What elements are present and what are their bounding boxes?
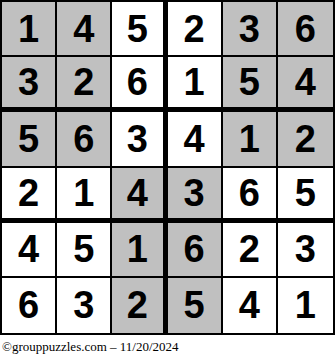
sudoku-board: 145236326154563412214365451623632541 bbox=[0, 0, 335, 335]
cell-r2c1: 3 bbox=[2, 57, 57, 112]
cell-r3c2: 6 bbox=[57, 112, 112, 167]
cell-r1c6: 6 bbox=[278, 2, 333, 57]
cell-r2c5: 5 bbox=[223, 57, 278, 112]
cell-r2c6: 4 bbox=[278, 57, 333, 112]
cell-r4c3: 4 bbox=[112, 168, 167, 223]
puzzle-answer-sheet: 145236326154563412214365451623632541 ©gr… bbox=[0, 0, 335, 357]
cell-r2c3: 6 bbox=[112, 57, 167, 112]
cell-r4c6: 5 bbox=[278, 168, 333, 223]
cell-r3c3: 3 bbox=[112, 112, 167, 167]
cell-r4c2: 1 bbox=[57, 168, 112, 223]
cell-r5c5: 2 bbox=[223, 223, 278, 278]
cell-r6c1: 6 bbox=[2, 278, 57, 333]
cell-r5c6: 3 bbox=[278, 223, 333, 278]
cell-r5c2: 5 bbox=[57, 223, 112, 278]
cell-r2c4: 1 bbox=[168, 57, 223, 112]
cell-r4c1: 2 bbox=[2, 168, 57, 223]
cell-r4c5: 6 bbox=[223, 168, 278, 223]
cell-r3c5: 1 bbox=[223, 112, 278, 167]
cell-r6c6: 1 bbox=[278, 278, 333, 333]
cell-r1c1: 1 bbox=[2, 2, 57, 57]
cell-r1c4: 2 bbox=[168, 2, 223, 57]
cell-r3c1: 5 bbox=[2, 112, 57, 167]
cell-r4c4: 3 bbox=[168, 168, 223, 223]
cell-r1c2: 4 bbox=[57, 2, 112, 57]
cell-r3c4: 4 bbox=[168, 112, 223, 167]
cell-r6c5: 4 bbox=[223, 278, 278, 333]
cell-r5c3: 1 bbox=[112, 223, 167, 278]
cell-r2c2: 2 bbox=[57, 57, 112, 112]
cell-r6c4: 5 bbox=[168, 278, 223, 333]
cell-r6c3: 2 bbox=[112, 278, 167, 333]
cell-r5c1: 4 bbox=[2, 223, 57, 278]
cell-r5c4: 6 bbox=[168, 223, 223, 278]
cell-r6c2: 3 bbox=[57, 278, 112, 333]
cell-r1c5: 3 bbox=[223, 2, 278, 57]
cell-r1c3: 5 bbox=[112, 2, 167, 57]
copyright-footer: ©grouppuzzles.com – 11/20/2024 bbox=[2, 339, 179, 355]
cell-r3c6: 2 bbox=[278, 112, 333, 167]
